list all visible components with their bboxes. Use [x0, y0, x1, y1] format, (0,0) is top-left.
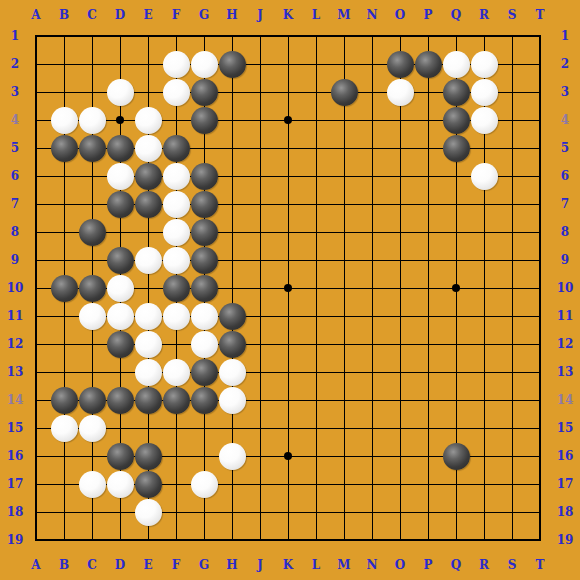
stone-black	[191, 219, 218, 246]
stone-white	[79, 471, 106, 498]
col-label-top: S	[499, 7, 525, 23]
row-label-left: 7	[2, 196, 28, 212]
stone-white	[191, 471, 218, 498]
row-label-right: 18	[552, 504, 578, 520]
stone-white	[163, 359, 190, 386]
stone-white	[471, 107, 498, 134]
go-board[interactable]: AA11BB22CC33DD44EE55FF66GG77HH88JJ99KK10…	[0, 0, 580, 580]
col-label-bottom: P	[415, 557, 441, 573]
stone-white	[107, 79, 134, 106]
row-label-right: 3	[552, 84, 578, 100]
row-label-right: 4	[552, 112, 578, 128]
row-label-right: 11	[552, 308, 578, 324]
stone-black	[79, 135, 106, 162]
stone-white	[51, 107, 78, 134]
star-point	[452, 284, 460, 292]
col-label-top: A	[23, 7, 49, 23]
col-label-bottom: L	[303, 557, 329, 573]
col-label-bottom: A	[23, 557, 49, 573]
col-label-bottom: J	[247, 557, 273, 573]
stone-white	[163, 191, 190, 218]
grid-vline	[316, 36, 317, 540]
stone-white	[191, 303, 218, 330]
stone-white	[163, 51, 190, 78]
row-label-right: 12	[552, 336, 578, 352]
col-label-bottom: G	[191, 557, 217, 573]
col-label-bottom: H	[219, 557, 245, 573]
grid-vline	[400, 36, 401, 540]
stone-black	[135, 471, 162, 498]
star-point	[116, 116, 124, 124]
stone-white	[191, 331, 218, 358]
row-label-left: 11	[2, 308, 28, 324]
row-label-left: 5	[2, 140, 28, 156]
grid-hline	[36, 512, 540, 513]
stone-black	[191, 163, 218, 190]
col-label-top: F	[163, 7, 189, 23]
row-label-right: 13	[552, 364, 578, 380]
col-label-bottom: O	[387, 557, 413, 573]
row-label-left: 14	[2, 392, 28, 408]
row-label-right: 10	[552, 280, 578, 296]
stone-white	[107, 303, 134, 330]
stone-black	[107, 443, 134, 470]
stone-black	[107, 331, 134, 358]
col-label-top: C	[79, 7, 105, 23]
col-label-top: Q	[443, 7, 469, 23]
col-label-bottom: D	[107, 557, 133, 573]
stone-white	[79, 303, 106, 330]
stone-black	[79, 387, 106, 414]
stone-black	[107, 191, 134, 218]
stone-black	[191, 191, 218, 218]
stone-black	[79, 219, 106, 246]
stone-black	[51, 387, 78, 414]
row-label-right: 6	[552, 168, 578, 184]
stone-black	[191, 247, 218, 274]
grid-vline	[428, 36, 429, 540]
row-label-right: 16	[552, 448, 578, 464]
col-label-top: O	[387, 7, 413, 23]
row-label-left: 1	[2, 28, 28, 44]
stone-black	[191, 107, 218, 134]
stone-white	[191, 51, 218, 78]
stone-black	[443, 107, 470, 134]
grid-vline	[512, 36, 513, 540]
row-label-right: 17	[552, 476, 578, 492]
stone-black	[191, 79, 218, 106]
row-label-left: 19	[2, 532, 28, 548]
col-label-bottom: M	[331, 557, 357, 573]
col-label-top: M	[331, 7, 357, 23]
stone-white	[443, 51, 470, 78]
col-label-bottom: T	[527, 557, 553, 573]
stone-black	[107, 247, 134, 274]
stone-white	[135, 135, 162, 162]
stone-black	[415, 51, 442, 78]
stone-white	[219, 387, 246, 414]
stone-black	[191, 359, 218, 386]
col-label-top: B	[51, 7, 77, 23]
row-label-right: 8	[552, 224, 578, 240]
stone-black	[163, 387, 190, 414]
row-label-right: 9	[552, 252, 578, 268]
col-label-top: P	[415, 7, 441, 23]
col-label-top: K	[275, 7, 301, 23]
col-label-bottom: N	[359, 557, 385, 573]
stone-white	[219, 443, 246, 470]
row-label-right: 7	[552, 196, 578, 212]
row-label-left: 2	[2, 56, 28, 72]
stone-white	[135, 247, 162, 274]
row-label-left: 18	[2, 504, 28, 520]
col-label-bottom: B	[51, 557, 77, 573]
stone-white	[219, 359, 246, 386]
stone-white	[471, 79, 498, 106]
row-label-right: 5	[552, 140, 578, 156]
col-label-top: H	[219, 7, 245, 23]
col-label-bottom: C	[79, 557, 105, 573]
row-label-left: 6	[2, 168, 28, 184]
row-label-left: 12	[2, 336, 28, 352]
row-label-left: 3	[2, 84, 28, 100]
stone-black	[135, 191, 162, 218]
stone-black	[219, 331, 246, 358]
stone-black	[219, 303, 246, 330]
col-label-top: T	[527, 7, 553, 23]
stone-white	[471, 163, 498, 190]
stone-white	[107, 163, 134, 190]
row-label-left: 15	[2, 420, 28, 436]
row-label-left: 8	[2, 224, 28, 240]
row-label-right: 14	[552, 392, 578, 408]
row-label-right: 19	[552, 532, 578, 548]
row-label-left: 4	[2, 112, 28, 128]
stone-black	[163, 275, 190, 302]
col-label-top: J	[247, 7, 273, 23]
col-label-bottom: S	[499, 557, 525, 573]
stone-black	[191, 387, 218, 414]
stone-black	[443, 135, 470, 162]
stone-white	[135, 331, 162, 358]
stone-black	[135, 387, 162, 414]
stone-black	[51, 135, 78, 162]
stone-black	[79, 275, 106, 302]
col-label-top: G	[191, 7, 217, 23]
stone-black	[219, 51, 246, 78]
col-label-bottom: K	[275, 557, 301, 573]
stone-black	[387, 51, 414, 78]
stone-black	[135, 163, 162, 190]
stone-white	[135, 359, 162, 386]
stone-black	[163, 135, 190, 162]
stone-black	[107, 135, 134, 162]
stone-white	[163, 303, 190, 330]
row-label-right: 15	[552, 420, 578, 436]
row-label-right: 1	[552, 28, 578, 44]
stone-black	[331, 79, 358, 106]
stone-black	[443, 443, 470, 470]
stone-white	[135, 303, 162, 330]
row-label-left: 16	[2, 448, 28, 464]
stone-white	[79, 107, 106, 134]
stone-white	[163, 163, 190, 190]
col-label-top: E	[135, 7, 161, 23]
stone-white	[163, 79, 190, 106]
stone-white	[107, 275, 134, 302]
grid-vline	[344, 36, 345, 540]
col-label-top: L	[303, 7, 329, 23]
stone-white	[135, 107, 162, 134]
stone-black	[107, 387, 134, 414]
col-label-top: N	[359, 7, 385, 23]
row-label-left: 9	[2, 252, 28, 268]
stone-white	[79, 415, 106, 442]
col-label-top: R	[471, 7, 497, 23]
stone-black	[191, 275, 218, 302]
stone-white	[163, 247, 190, 274]
star-point	[284, 116, 292, 124]
row-label-left: 17	[2, 476, 28, 492]
col-label-bottom: Q	[443, 557, 469, 573]
grid-vline	[372, 36, 373, 540]
star-point	[284, 452, 292, 460]
star-point	[284, 284, 292, 292]
col-label-bottom: R	[471, 557, 497, 573]
grid-hline	[36, 428, 540, 429]
stone-white	[135, 499, 162, 526]
stone-white	[107, 471, 134, 498]
col-label-bottom: E	[135, 557, 161, 573]
stone-black	[443, 79, 470, 106]
stone-black	[135, 443, 162, 470]
row-label-left: 10	[2, 280, 28, 296]
stone-white	[387, 79, 414, 106]
row-label-left: 13	[2, 364, 28, 380]
col-label-bottom: F	[163, 557, 189, 573]
grid-hline	[36, 372, 540, 373]
stone-black	[51, 275, 78, 302]
col-label-top: D	[107, 7, 133, 23]
row-label-right: 2	[552, 56, 578, 72]
stone-white	[51, 415, 78, 442]
stone-white	[471, 51, 498, 78]
stone-white	[163, 219, 190, 246]
